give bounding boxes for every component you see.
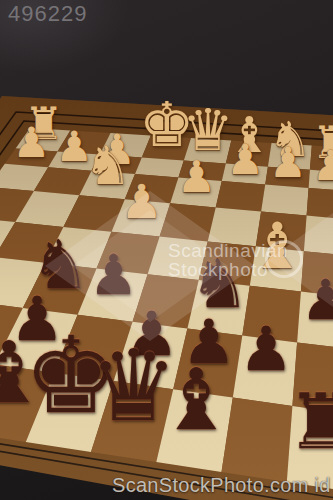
watermark-brand: Scandinavian Stockphoto [168,241,288,279]
stock-photo-chess-scene: ♜♚♛♝♞♟♜♟♟♟♟♟♞♟♟♝♞♟♞♟♟♟♟♟♝♚♛♝♜ Scandinavi… [0,0,333,500]
watermark-credit: ScanStockPhoto.com id 496229 [112,474,333,497]
watermark-photo-id: 496229 [8,1,87,27]
watermark-brand-line1: Scandinavian [168,241,288,260]
watermark-brand-line2: Stockphoto [168,260,288,279]
